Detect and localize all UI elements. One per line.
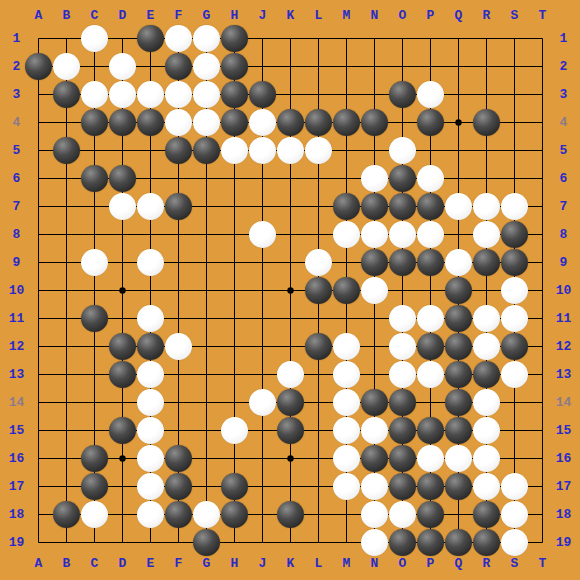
intersection-J6[interactable]: [249, 165, 277, 193]
intersection-P12[interactable]: [417, 333, 445, 361]
intersection-D10[interactable]: [109, 277, 137, 305]
intersection-P6[interactable]: [417, 165, 445, 193]
intersection-H11[interactable]: [221, 305, 249, 333]
intersection-G1[interactable]: [193, 25, 221, 53]
intersection-S9[interactable]: [501, 249, 529, 277]
intersection-G2[interactable]: [193, 53, 221, 81]
intersection-Q14[interactable]: [445, 389, 473, 417]
intersection-C12[interactable]: [81, 333, 109, 361]
intersection-E15[interactable]: [137, 417, 165, 445]
intersection-Q1[interactable]: [445, 25, 473, 53]
intersection-F4[interactable]: [165, 109, 193, 137]
intersection-H5[interactable]: [221, 137, 249, 165]
intersection-K18[interactable]: [277, 501, 305, 529]
intersection-P8[interactable]: [417, 221, 445, 249]
intersection-M8[interactable]: [333, 221, 361, 249]
intersection-M7[interactable]: [333, 193, 361, 221]
intersection-R9[interactable]: [473, 249, 501, 277]
intersection-P16[interactable]: [417, 445, 445, 473]
intersection-J5[interactable]: [249, 137, 277, 165]
intersection-K6[interactable]: [277, 165, 305, 193]
intersection-N5[interactable]: [361, 137, 389, 165]
intersection-L12[interactable]: [305, 333, 333, 361]
intersection-J18[interactable]: [249, 501, 277, 529]
intersection-B7[interactable]: [53, 193, 81, 221]
intersection-J9[interactable]: [249, 249, 277, 277]
intersection-J2[interactable]: [249, 53, 277, 81]
intersection-L14[interactable]: [305, 389, 333, 417]
intersection-R11[interactable]: [473, 305, 501, 333]
intersection-D5[interactable]: [109, 137, 137, 165]
intersection-N17[interactable]: [361, 473, 389, 501]
intersection-L4[interactable]: [305, 109, 333, 137]
intersection-M5[interactable]: [333, 137, 361, 165]
intersection-M9[interactable]: [333, 249, 361, 277]
intersection-B10[interactable]: [53, 277, 81, 305]
intersection-D11[interactable]: [109, 305, 137, 333]
intersection-L11[interactable]: [305, 305, 333, 333]
intersection-K7[interactable]: [277, 193, 305, 221]
intersection-M2[interactable]: [333, 53, 361, 81]
intersection-H17[interactable]: [221, 473, 249, 501]
intersection-K8[interactable]: [277, 221, 305, 249]
intersection-Q12[interactable]: [445, 333, 473, 361]
intersection-O18[interactable]: [389, 501, 417, 529]
intersection-K19[interactable]: [277, 529, 305, 557]
intersection-F11[interactable]: [165, 305, 193, 333]
intersection-G16[interactable]: [193, 445, 221, 473]
intersection-F6[interactable]: [165, 165, 193, 193]
intersection-H6[interactable]: [221, 165, 249, 193]
intersection-O8[interactable]: [389, 221, 417, 249]
intersection-F3[interactable]: [165, 81, 193, 109]
intersection-C6[interactable]: [81, 165, 109, 193]
intersection-B13[interactable]: [53, 361, 81, 389]
intersection-E1[interactable]: [137, 25, 165, 53]
intersection-E12[interactable]: [137, 333, 165, 361]
intersection-J16[interactable]: [249, 445, 277, 473]
intersection-F7[interactable]: [165, 193, 193, 221]
intersection-L1[interactable]: [305, 25, 333, 53]
intersection-P15[interactable]: [417, 417, 445, 445]
intersection-E17[interactable]: [137, 473, 165, 501]
intersection-H12[interactable]: [221, 333, 249, 361]
intersection-O1[interactable]: [389, 25, 417, 53]
intersection-M17[interactable]: [333, 473, 361, 501]
intersection-P4[interactable]: [417, 109, 445, 137]
intersection-N4[interactable]: [361, 109, 389, 137]
intersection-F1[interactable]: [165, 25, 193, 53]
intersection-C2[interactable]: [81, 53, 109, 81]
intersection-S16[interactable]: [501, 445, 529, 473]
intersection-H16[interactable]: [221, 445, 249, 473]
intersection-Q13[interactable]: [445, 361, 473, 389]
intersection-F15[interactable]: [165, 417, 193, 445]
intersection-M13[interactable]: [333, 361, 361, 389]
intersection-L9[interactable]: [305, 249, 333, 277]
intersection-L8[interactable]: [305, 221, 333, 249]
intersection-S1[interactable]: [501, 25, 529, 53]
intersection-L7[interactable]: [305, 193, 333, 221]
intersection-D19[interactable]: [109, 529, 137, 557]
intersection-E11[interactable]: [137, 305, 165, 333]
intersection-R10[interactable]: [473, 277, 501, 305]
intersection-N2[interactable]: [361, 53, 389, 81]
intersection-E9[interactable]: [137, 249, 165, 277]
intersection-F10[interactable]: [165, 277, 193, 305]
intersection-L6[interactable]: [305, 165, 333, 193]
intersection-S3[interactable]: [501, 81, 529, 109]
intersection-M12[interactable]: [333, 333, 361, 361]
intersection-C5[interactable]: [81, 137, 109, 165]
intersection-O15[interactable]: [389, 417, 417, 445]
intersection-C4[interactable]: [81, 109, 109, 137]
intersection-D4[interactable]: [109, 109, 137, 137]
intersection-Q11[interactable]: [445, 305, 473, 333]
intersection-O16[interactable]: [389, 445, 417, 473]
intersection-N3[interactable]: [361, 81, 389, 109]
intersection-N10[interactable]: [361, 277, 389, 305]
intersection-Q17[interactable]: [445, 473, 473, 501]
intersection-G10[interactable]: [193, 277, 221, 305]
intersection-S2[interactable]: [501, 53, 529, 81]
intersection-R8[interactable]: [473, 221, 501, 249]
intersection-G8[interactable]: [193, 221, 221, 249]
intersection-G11[interactable]: [193, 305, 221, 333]
intersection-B6[interactable]: [53, 165, 81, 193]
intersection-R18[interactable]: [473, 501, 501, 529]
intersection-M18[interactable]: [333, 501, 361, 529]
intersection-P11[interactable]: [417, 305, 445, 333]
intersection-S18[interactable]: [501, 501, 529, 529]
intersection-P19[interactable]: [417, 529, 445, 557]
intersection-E2[interactable]: [137, 53, 165, 81]
intersection-O13[interactable]: [389, 361, 417, 389]
intersection-E13[interactable]: [137, 361, 165, 389]
intersection-F12[interactable]: [165, 333, 193, 361]
intersection-H8[interactable]: [221, 221, 249, 249]
intersection-H19[interactable]: [221, 529, 249, 557]
intersection-F5[interactable]: [165, 137, 193, 165]
intersection-L3[interactable]: [305, 81, 333, 109]
intersection-K13[interactable]: [277, 361, 305, 389]
intersection-P2[interactable]: [417, 53, 445, 81]
intersection-P14[interactable]: [417, 389, 445, 417]
intersection-O19[interactable]: [389, 529, 417, 557]
intersection-R5[interactable]: [473, 137, 501, 165]
intersection-K9[interactable]: [277, 249, 305, 277]
intersection-N12[interactable]: [361, 333, 389, 361]
intersection-K4[interactable]: [277, 109, 305, 137]
intersection-O7[interactable]: [389, 193, 417, 221]
intersection-E10[interactable]: [137, 277, 165, 305]
intersection-O12[interactable]: [389, 333, 417, 361]
intersection-G7[interactable]: [193, 193, 221, 221]
intersection-G4[interactable]: [193, 109, 221, 137]
intersection-Q18[interactable]: [445, 501, 473, 529]
intersection-H18[interactable]: [221, 501, 249, 529]
intersection-S10[interactable]: [501, 277, 529, 305]
intersection-G18[interactable]: [193, 501, 221, 529]
intersection-R13[interactable]: [473, 361, 501, 389]
intersection-Q19[interactable]: [445, 529, 473, 557]
intersection-D2[interactable]: [109, 53, 137, 81]
intersection-F8[interactable]: [165, 221, 193, 249]
intersection-C18[interactable]: [81, 501, 109, 529]
intersection-E5[interactable]: [137, 137, 165, 165]
intersection-H13[interactable]: [221, 361, 249, 389]
intersection-C19[interactable]: [81, 529, 109, 557]
intersection-O14[interactable]: [389, 389, 417, 417]
intersection-E8[interactable]: [137, 221, 165, 249]
intersection-C17[interactable]: [81, 473, 109, 501]
intersection-R14[interactable]: [473, 389, 501, 417]
intersection-B12[interactable]: [53, 333, 81, 361]
intersection-J7[interactable]: [249, 193, 277, 221]
intersection-N19[interactable]: [361, 529, 389, 557]
intersection-C9[interactable]: [81, 249, 109, 277]
intersection-N9[interactable]: [361, 249, 389, 277]
intersection-O6[interactable]: [389, 165, 417, 193]
intersection-P9[interactable]: [417, 249, 445, 277]
intersection-E14[interactable]: [137, 389, 165, 417]
intersection-Q16[interactable]: [445, 445, 473, 473]
intersection-N16[interactable]: [361, 445, 389, 473]
intersection-G9[interactable]: [193, 249, 221, 277]
intersection-L10[interactable]: [305, 277, 333, 305]
intersection-B18[interactable]: [53, 501, 81, 529]
intersection-D12[interactable]: [109, 333, 137, 361]
intersection-J17[interactable]: [249, 473, 277, 501]
intersection-L18[interactable]: [305, 501, 333, 529]
intersection-S5[interactable]: [501, 137, 529, 165]
intersection-Q10[interactable]: [445, 277, 473, 305]
intersection-P10[interactable]: [417, 277, 445, 305]
intersection-D15[interactable]: [109, 417, 137, 445]
intersection-O11[interactable]: [389, 305, 417, 333]
intersection-L2[interactable]: [305, 53, 333, 81]
intersection-E7[interactable]: [137, 193, 165, 221]
intersection-R19[interactable]: [473, 529, 501, 557]
intersection-L5[interactable]: [305, 137, 333, 165]
intersection-L13[interactable]: [305, 361, 333, 389]
intersection-Q2[interactable]: [445, 53, 473, 81]
intersection-J10[interactable]: [249, 277, 277, 305]
intersection-P1[interactable]: [417, 25, 445, 53]
intersection-H3[interactable]: [221, 81, 249, 109]
intersection-C16[interactable]: [81, 445, 109, 473]
intersection-J15[interactable]: [249, 417, 277, 445]
intersection-K2[interactable]: [277, 53, 305, 81]
intersection-D9[interactable]: [109, 249, 137, 277]
intersection-J3[interactable]: [249, 81, 277, 109]
intersection-M1[interactable]: [333, 25, 361, 53]
intersection-F14[interactable]: [165, 389, 193, 417]
intersection-P5[interactable]: [417, 137, 445, 165]
intersection-B11[interactable]: [53, 305, 81, 333]
intersection-C15[interactable]: [81, 417, 109, 445]
intersection-F13[interactable]: [165, 361, 193, 389]
intersection-E16[interactable]: [137, 445, 165, 473]
intersection-G6[interactable]: [193, 165, 221, 193]
intersection-C11[interactable]: [81, 305, 109, 333]
intersection-O3[interactable]: [389, 81, 417, 109]
intersection-J19[interactable]: [249, 529, 277, 557]
intersection-K15[interactable]: [277, 417, 305, 445]
intersection-G19[interactable]: [193, 529, 221, 557]
intersection-S17[interactable]: [501, 473, 529, 501]
intersection-E4[interactable]: [137, 109, 165, 137]
intersection-N8[interactable]: [361, 221, 389, 249]
intersection-C7[interactable]: [81, 193, 109, 221]
intersection-B4[interactable]: [53, 109, 81, 137]
intersection-K1[interactable]: [277, 25, 305, 53]
intersection-E19[interactable]: [137, 529, 165, 557]
intersection-K5[interactable]: [277, 137, 305, 165]
intersection-K11[interactable]: [277, 305, 305, 333]
intersection-M15[interactable]: [333, 417, 361, 445]
intersection-H4[interactable]: [221, 109, 249, 137]
intersection-P3[interactable]: [417, 81, 445, 109]
intersection-M4[interactable]: [333, 109, 361, 137]
intersection-L15[interactable]: [305, 417, 333, 445]
intersection-N18[interactable]: [361, 501, 389, 529]
intersection-G14[interactable]: [193, 389, 221, 417]
intersection-Q7[interactable]: [445, 193, 473, 221]
intersection-E3[interactable]: [137, 81, 165, 109]
intersection-D3[interactable]: [109, 81, 137, 109]
intersection-N15[interactable]: [361, 417, 389, 445]
intersection-B15[interactable]: [53, 417, 81, 445]
intersection-K12[interactable]: [277, 333, 305, 361]
intersection-B3[interactable]: [53, 81, 81, 109]
intersection-K16[interactable]: [277, 445, 305, 473]
intersection-O5[interactable]: [389, 137, 417, 165]
intersection-F9[interactable]: [165, 249, 193, 277]
intersection-H14[interactable]: [221, 389, 249, 417]
intersection-L19[interactable]: [305, 529, 333, 557]
intersection-C1[interactable]: [81, 25, 109, 53]
intersection-J4[interactable]: [249, 109, 277, 137]
intersection-B14[interactable]: [53, 389, 81, 417]
intersection-J14[interactable]: [249, 389, 277, 417]
intersection-B19[interactable]: [53, 529, 81, 557]
intersection-O9[interactable]: [389, 249, 417, 277]
intersection-P18[interactable]: [417, 501, 445, 529]
intersection-Q3[interactable]: [445, 81, 473, 109]
intersection-D13[interactable]: [109, 361, 137, 389]
intersection-B2[interactable]: [53, 53, 81, 81]
intersection-R12[interactable]: [473, 333, 501, 361]
intersection-S7[interactable]: [501, 193, 529, 221]
intersection-Q9[interactable]: [445, 249, 473, 277]
intersection-S8[interactable]: [501, 221, 529, 249]
intersection-D14[interactable]: [109, 389, 137, 417]
intersection-K10[interactable]: [277, 277, 305, 305]
intersection-D8[interactable]: [109, 221, 137, 249]
intersection-C3[interactable]: [81, 81, 109, 109]
intersection-S13[interactable]: [501, 361, 529, 389]
intersection-G3[interactable]: [193, 81, 221, 109]
intersection-F17[interactable]: [165, 473, 193, 501]
intersection-G5[interactable]: [193, 137, 221, 165]
intersection-Q4[interactable]: [445, 109, 473, 137]
intersection-J8[interactable]: [249, 221, 277, 249]
intersection-B17[interactable]: [53, 473, 81, 501]
intersection-J12[interactable]: [249, 333, 277, 361]
intersection-B16[interactable]: [53, 445, 81, 473]
intersection-R4[interactable]: [473, 109, 501, 137]
intersection-R3[interactable]: [473, 81, 501, 109]
intersection-F19[interactable]: [165, 529, 193, 557]
intersection-H9[interactable]: [221, 249, 249, 277]
intersection-M10[interactable]: [333, 277, 361, 305]
intersection-L16[interactable]: [305, 445, 333, 473]
intersection-O4[interactable]: [389, 109, 417, 137]
intersection-M6[interactable]: [333, 165, 361, 193]
intersection-H7[interactable]: [221, 193, 249, 221]
intersection-N14[interactable]: [361, 389, 389, 417]
intersection-D6[interactable]: [109, 165, 137, 193]
intersection-E18[interactable]: [137, 501, 165, 529]
intersection-R1[interactable]: [473, 25, 501, 53]
intersection-D1[interactable]: [109, 25, 137, 53]
intersection-N1[interactable]: [361, 25, 389, 53]
intersection-F2[interactable]: [165, 53, 193, 81]
intersection-P13[interactable]: [417, 361, 445, 389]
intersection-S14[interactable]: [501, 389, 529, 417]
intersection-C13[interactable]: [81, 361, 109, 389]
intersection-S4[interactable]: [501, 109, 529, 137]
intersection-S12[interactable]: [501, 333, 529, 361]
intersection-C10[interactable]: [81, 277, 109, 305]
intersection-O2[interactable]: [389, 53, 417, 81]
intersection-G17[interactable]: [193, 473, 221, 501]
intersection-M19[interactable]: [333, 529, 361, 557]
intersection-P7[interactable]: [417, 193, 445, 221]
intersection-H1[interactable]: [221, 25, 249, 53]
intersection-M16[interactable]: [333, 445, 361, 473]
intersection-N7[interactable]: [361, 193, 389, 221]
intersection-S19[interactable]: [501, 529, 529, 557]
intersection-R2[interactable]: [473, 53, 501, 81]
intersection-H10[interactable]: [221, 277, 249, 305]
intersection-S11[interactable]: [501, 305, 529, 333]
intersection-D17[interactable]: [109, 473, 137, 501]
intersection-D7[interactable]: [109, 193, 137, 221]
intersection-G12[interactable]: [193, 333, 221, 361]
intersection-K3[interactable]: [277, 81, 305, 109]
intersection-Q8[interactable]: [445, 221, 473, 249]
intersection-N13[interactable]: [361, 361, 389, 389]
intersection-Q5[interactable]: [445, 137, 473, 165]
intersection-C8[interactable]: [81, 221, 109, 249]
intersection-F18[interactable]: [165, 501, 193, 529]
intersection-M11[interactable]: [333, 305, 361, 333]
intersection-L17[interactable]: [305, 473, 333, 501]
intersection-H15[interactable]: [221, 417, 249, 445]
intersection-R7[interactable]: [473, 193, 501, 221]
intersection-E6[interactable]: [137, 165, 165, 193]
intersection-D18[interactable]: [109, 501, 137, 529]
intersection-O17[interactable]: [389, 473, 417, 501]
intersection-S15[interactable]: [501, 417, 529, 445]
intersection-N11[interactable]: [361, 305, 389, 333]
intersection-N6[interactable]: [361, 165, 389, 193]
intersection-D16[interactable]: [109, 445, 137, 473]
intersection-Q6[interactable]: [445, 165, 473, 193]
intersection-R6[interactable]: [473, 165, 501, 193]
